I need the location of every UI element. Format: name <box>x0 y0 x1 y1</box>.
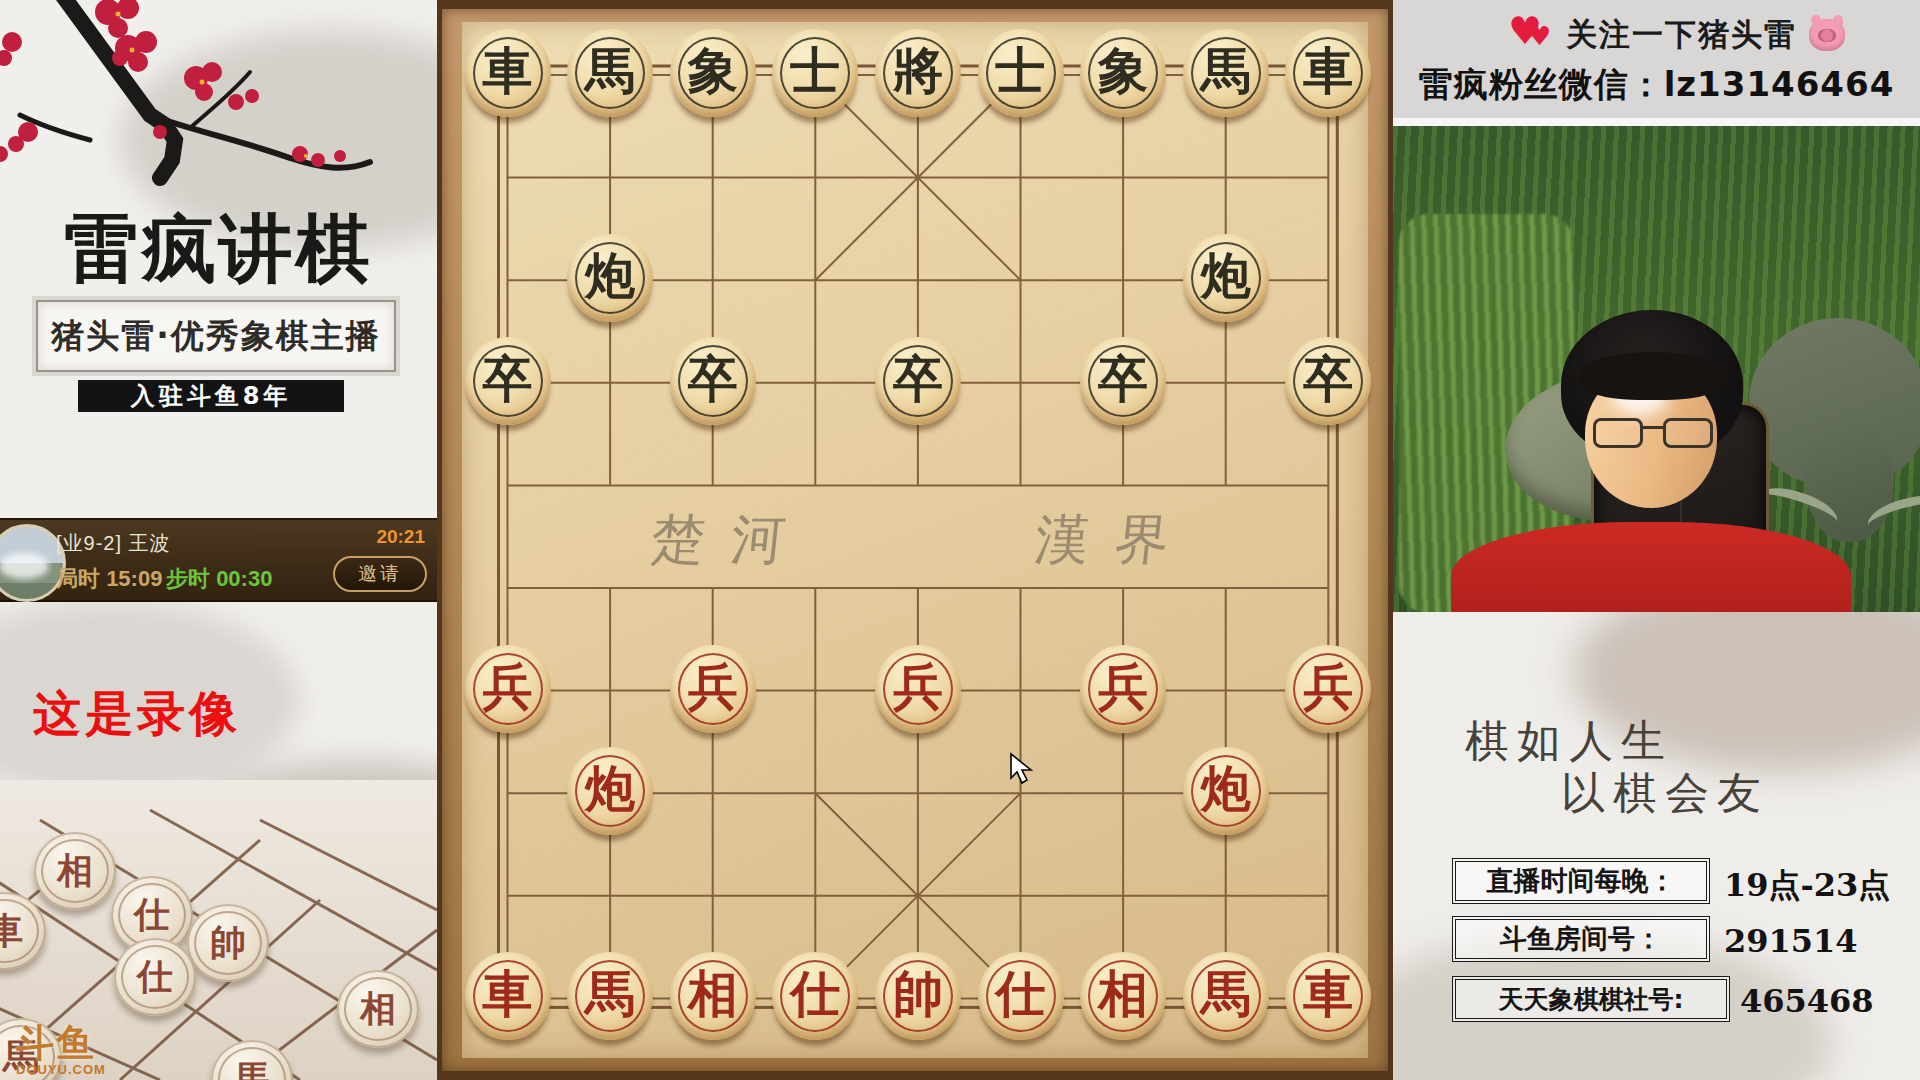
black-piece-士[interactable]: 士 <box>772 29 858 117</box>
red-piece-馬[interactable]: 馬 <box>1183 952 1269 1040</box>
red-piece-兵[interactable]: 兵 <box>875 645 961 733</box>
follow-text: 关注一下猪头雷 <box>1566 14 1797 56</box>
schedule-value: 19点-23点 <box>1724 864 1890 908</box>
piece-character: 馬 <box>1201 46 1251 96</box>
double-heart-icon: ♥♥ <box>1508 15 1554 55</box>
piece-character: 卒 <box>688 354 738 404</box>
photo-piece-相: 相 <box>337 970 419 1048</box>
piece-character: 卒 <box>893 354 943 404</box>
subtitle-banner: 猪头雷·优秀象棋主播 <box>36 300 396 372</box>
red-piece-相[interactable]: 相 <box>670 952 756 1040</box>
piece-character: 兵 <box>1303 662 1353 712</box>
piece-character: 馬 <box>585 46 635 96</box>
piece-character: 仕 <box>996 969 1046 1019</box>
red-shirt <box>1451 522 1851 612</box>
pig-face-icon <box>1809 19 1845 51</box>
river-label-right: 漢界 <box>1031 504 1199 577</box>
club-label: 天天象棋棋社号: <box>1452 976 1730 1022</box>
piece-character: 兵 <box>1098 662 1148 712</box>
piece-character: 車 <box>1303 46 1353 96</box>
piece-character: 炮 <box>1201 764 1251 814</box>
red-piece-車[interactable]: 車 <box>465 952 551 1040</box>
piece-character: 炮 <box>1201 251 1251 301</box>
piece-character: 將 <box>893 46 943 96</box>
piece-character: 炮 <box>585 251 635 301</box>
red-piece-兵[interactable]: 兵 <box>465 645 551 733</box>
clock-time: 20:21 <box>376 526 425 548</box>
follow-banner: ♥♥ 关注一下猪头雷 雷疯粉丝微信：lz13146464 <box>1393 0 1920 120</box>
red-piece-兵[interactable]: 兵 <box>1080 645 1166 733</box>
right-panel: ♥♥ 关注一下猪头雷 雷疯粉丝微信：lz13146464 <box>1393 0 1920 1080</box>
piece-character: 馬 <box>1201 969 1251 1019</box>
piece-character: 卒 <box>1098 354 1148 404</box>
black-piece-車[interactable]: 車 <box>465 29 551 117</box>
black-piece-卒[interactable]: 卒 <box>465 337 551 425</box>
streamer-fringe <box>1579 352 1725 400</box>
plum-blossom-art <box>0 0 437 200</box>
piece-character: 卒 <box>483 354 533 404</box>
piece-character: 馬 <box>585 969 635 1019</box>
wechat-line: 雷疯粉丝微信：lz13146464 <box>1393 62 1920 108</box>
black-piece-車[interactable]: 車 <box>1285 29 1371 117</box>
game-time: 局时 15:09 <box>56 564 162 594</box>
piece-character: 仕 <box>790 969 840 1019</box>
piece-character: 車 <box>483 969 533 1019</box>
douyu-watermark-url: DOUYU.COM <box>16 1062 106 1077</box>
piece-character: 帥 <box>893 969 943 1019</box>
red-piece-仕[interactable]: 仕 <box>978 952 1064 1040</box>
glasses-icon <box>1593 418 1713 452</box>
black-piece-卒[interactable]: 卒 <box>875 337 961 425</box>
banner-divider <box>1393 118 1920 126</box>
photo-piece-相: 相 <box>34 832 116 910</box>
piece-character: 相 <box>1098 969 1148 1019</box>
subtitle-text: 猪头雷·优秀象棋主播 <box>51 314 381 359</box>
black-piece-卒[interactable]: 卒 <box>1285 337 1371 425</box>
channel-title: 雷疯讲棋 <box>0 200 437 300</box>
piece-character: 象 <box>1098 46 1148 96</box>
mouse-cursor <box>1009 752 1039 786</box>
river-label-left: 楚河 <box>647 504 815 577</box>
schedule-label: 直播时间每晚： <box>1452 858 1710 904</box>
piece-character: 兵 <box>688 662 738 712</box>
chess-pieces-photo: 相仕帥仕相馬車馬 斗鱼 DOUYU.COM <box>0 780 437 1080</box>
black-piece-炮[interactable]: 炮 <box>567 234 653 322</box>
piece-character: 象 <box>688 46 738 96</box>
step-time: 步时 00:30 <box>166 564 272 594</box>
piece-character: 兵 <box>483 662 533 712</box>
opponent-name: [业9-2] 王波 <box>56 530 171 557</box>
black-piece-炮[interactable]: 炮 <box>1183 234 1269 322</box>
piece-character: 車 <box>1303 969 1353 1019</box>
invite-button[interactable]: 邀请 <box>333 556 427 592</box>
game-capture-bar: [业9-2] 王波 局时 15:09 步时 00:30 20:21 邀请 <box>0 518 437 602</box>
room-value: 291514 <box>1724 922 1858 960</box>
follow-line: ♥♥ 关注一下猪头雷 <box>1393 14 1920 56</box>
red-piece-相[interactable]: 相 <box>1080 952 1166 1040</box>
xiangqi-board-panel: 楚河 漢界 車馬象士將士象馬車炮炮卒卒卒卒卒兵兵兵兵兵炮炮車馬相仕帥仕相馬車 <box>437 0 1393 1080</box>
stream-info-panel: 棋如人生 以棋会友 直播时间每晚： 19点-23点 斗鱼房间号： 291514 … <box>1393 612 1920 1080</box>
stream-screenshot: 雷疯讲棋 猪头雷·优秀象棋主播 入驻斗鱼8年 [业9-2] 王波 局时 15:0… <box>0 0 1920 1080</box>
red-piece-帥[interactable]: 帥 <box>875 952 961 1040</box>
left-panel: 雷疯讲棋 猪头雷·优秀象棋主播 入驻斗鱼8年 [业9-2] 王波 局时 15:0… <box>0 0 437 1080</box>
piece-character: 車 <box>483 46 533 96</box>
black-piece-馬[interactable]: 馬 <box>1183 29 1269 117</box>
red-piece-炮[interactable]: 炮 <box>567 747 653 835</box>
black-piece-將[interactable]: 將 <box>875 29 961 117</box>
club-value: 465468 <box>1740 982 1874 1020</box>
piece-character: 士 <box>790 46 840 96</box>
piece-character: 兵 <box>893 662 943 712</box>
webcam-video <box>1393 126 1920 612</box>
piece-character: 相 <box>688 969 738 1019</box>
black-piece-卒[interactable]: 卒 <box>670 337 756 425</box>
motto-line2: 以棋会友 <box>1561 764 1769 823</box>
board-grid <box>437 0 1393 1080</box>
piece-character: 士 <box>996 46 1046 96</box>
red-piece-馬[interactable]: 馬 <box>567 952 653 1040</box>
red-piece-兵[interactable]: 兵 <box>670 645 756 733</box>
motto-line1: 棋如人生 <box>1465 712 1673 771</box>
black-piece-象[interactable]: 象 <box>1080 29 1166 117</box>
piece-character: 卒 <box>1303 354 1353 404</box>
room-label: 斗鱼房间号： <box>1452 916 1710 962</box>
red-piece-炮[interactable]: 炮 <box>1183 747 1269 835</box>
photo-piece-仕: 仕 <box>114 938 196 1016</box>
black-piece-象[interactable]: 象 <box>670 29 756 117</box>
black-piece-士[interactable]: 士 <box>978 29 1064 117</box>
black-piece-馬[interactable]: 馬 <box>567 29 653 117</box>
photo-piece-帥: 帥 <box>187 904 269 982</box>
red-piece-兵[interactable]: 兵 <box>1285 645 1371 733</box>
recording-note: 这是录像 <box>33 682 241 746</box>
years-badge: 入驻斗鱼8年 <box>78 380 344 412</box>
black-piece-卒[interactable]: 卒 <box>1080 337 1166 425</box>
piece-character: 炮 <box>585 764 635 814</box>
